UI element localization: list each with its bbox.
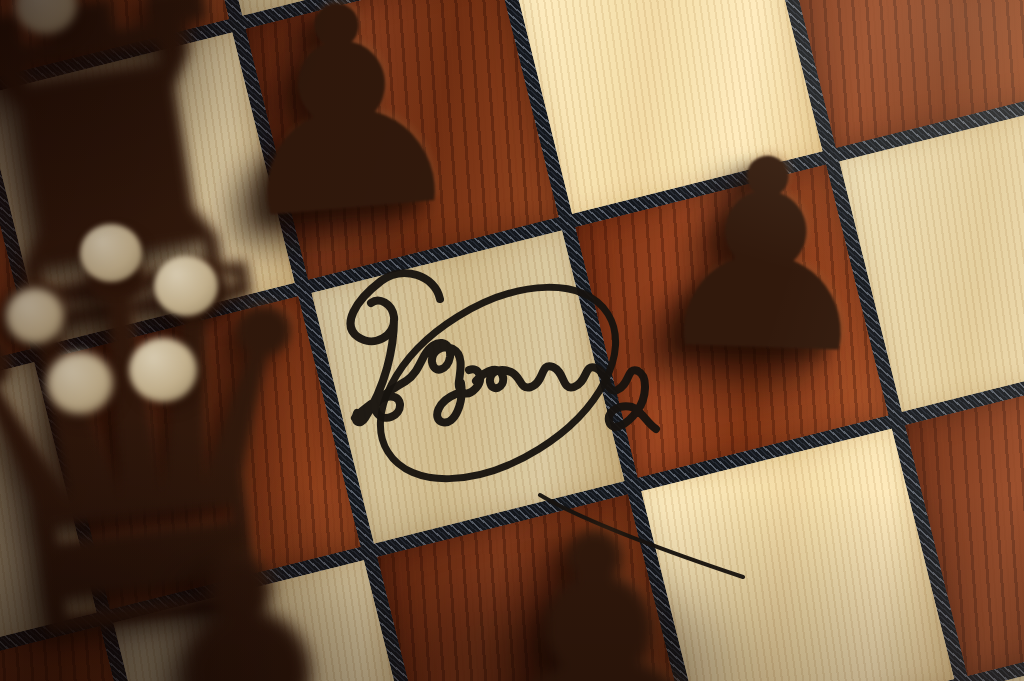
pawn-glyph: ♟: [643, 122, 887, 392]
pawn-glyph: ♟: [53, 493, 451, 681]
queen-crown-ball: [6, 288, 64, 344]
queen-crown-ball: [80, 224, 142, 282]
queen-crown-ball: [47, 352, 113, 414]
pawn-glyph: ♟: [439, 482, 761, 681]
photo-stage: Karjakin ♜♟♛♟♟♟: [0, 0, 1024, 681]
queen-crown-ball: [129, 338, 197, 402]
pieces-layer: ♜♟♛♟♟♟: [0, 0, 1024, 681]
queen-crown-ball: [154, 256, 218, 316]
